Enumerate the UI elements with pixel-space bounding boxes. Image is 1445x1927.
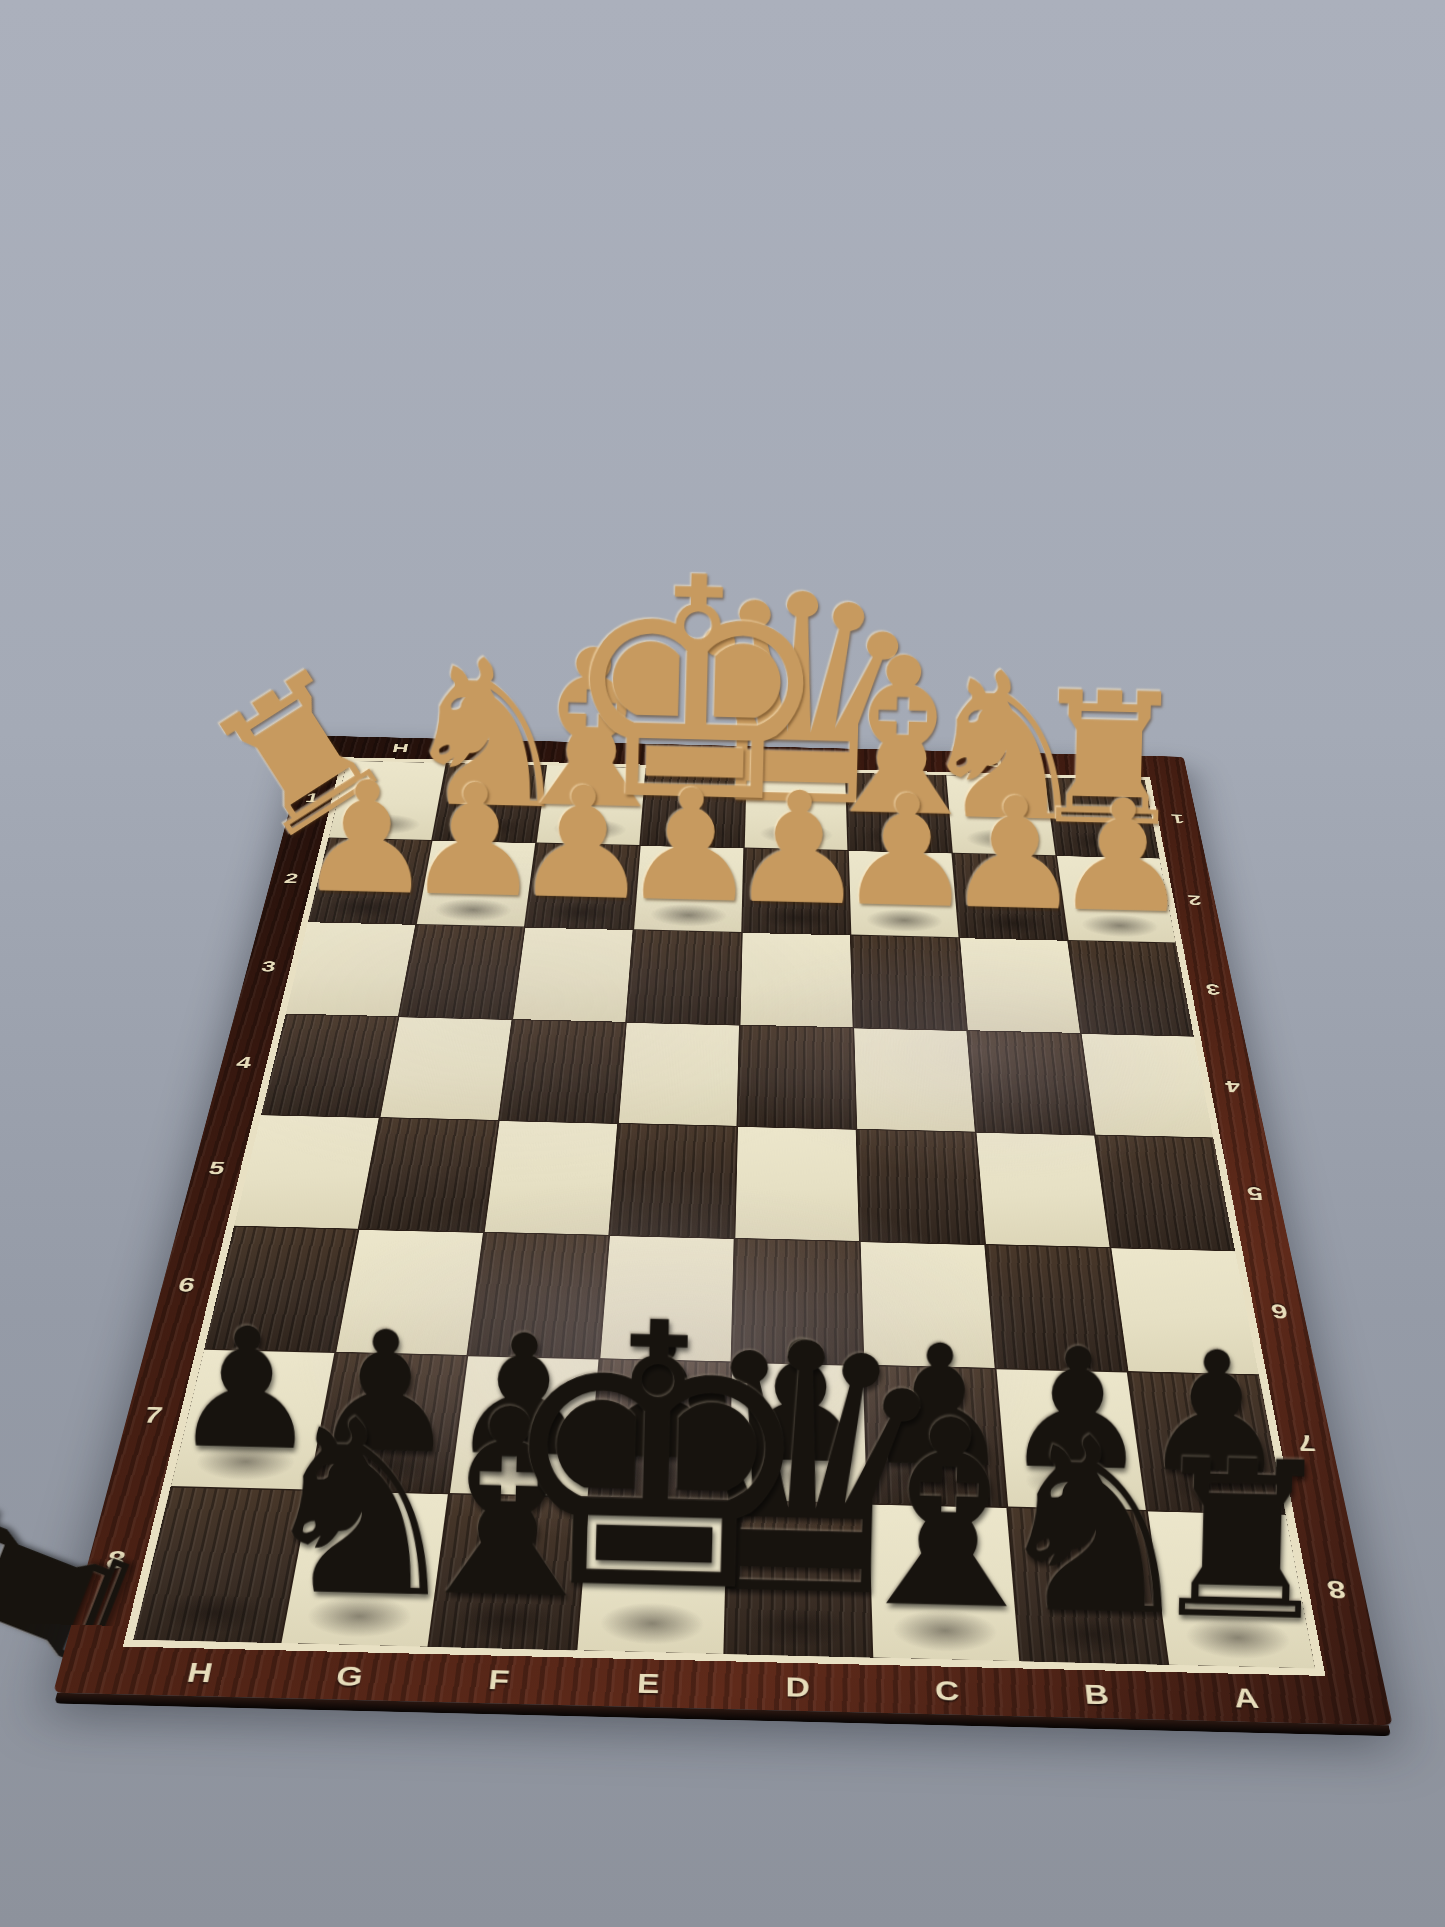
square-c8: ♝	[868, 1504, 1019, 1661]
square-f5	[484, 1121, 616, 1234]
square-g7: ♟	[310, 1353, 466, 1492]
piece-shadow	[323, 1443, 442, 1488]
square-h3	[285, 922, 414, 1016]
piece-shadow	[1029, 1609, 1153, 1660]
file-label-top-b: B	[943, 751, 1044, 774]
file-label-top-h: H	[348, 737, 451, 760]
square-f3	[513, 928, 632, 1022]
square-a7: ♟	[1128, 1372, 1285, 1513]
file-label-top-f: F	[547, 741, 648, 764]
piece-shadow	[426, 896, 517, 924]
square-a8: ♜	[1147, 1511, 1314, 1668]
square-h1: ♜	[328, 761, 445, 840]
piece-shadow	[741, 1453, 854, 1498]
square-d8: ♛	[725, 1501, 871, 1658]
photo-scene: Angled photo of a wooden chess set in th…	[0, 0, 1445, 1927]
square-h7: ♟	[170, 1350, 333, 1489]
piece-shadow	[959, 827, 1045, 853]
square-c2: ♟	[848, 851, 958, 938]
piece-shadow	[879, 1456, 993, 1501]
piece-shadow	[443, 1595, 567, 1645]
chess-board: HGFEDCBA HGFEDCBA 12345678 12345678 ♜♞♝♚…	[53, 735, 1393, 1725]
square-b6	[985, 1245, 1126, 1371]
square-b4	[967, 1031, 1093, 1135]
square-a4	[1081, 1034, 1213, 1138]
piece-shadow	[754, 821, 838, 847]
file-label-bottom-c: C	[872, 1665, 1024, 1717]
square-g1: ♞	[432, 763, 545, 842]
square-h8: ♜	[133, 1487, 308, 1643]
square-d2: ♟	[742, 848, 849, 934]
file-label-bottom-a: A	[1168, 1672, 1325, 1724]
square-e2: ♟	[634, 846, 743, 932]
square-b3	[960, 938, 1080, 1033]
file-label-top-g: G	[447, 739, 549, 762]
square-b7: ♟	[996, 1369, 1145, 1509]
square-h4	[261, 1014, 398, 1117]
piece-shadow	[967, 909, 1057, 937]
piece-shadow	[535, 899, 625, 927]
piece-shadow	[602, 1450, 716, 1495]
file-label-top-e: E	[646, 744, 746, 767]
piece-shadow	[859, 906, 948, 934]
square-f4	[499, 1020, 625, 1123]
file-label-top-c: C	[844, 749, 944, 772]
piece-shadow	[147, 1588, 276, 1638]
square-e1: ♚	[640, 768, 745, 847]
square-a5	[1095, 1136, 1234, 1250]
square-g3	[399, 925, 523, 1019]
square-c7: ♟	[864, 1366, 1006, 1506]
piece-shadow	[338, 811, 427, 837]
square-f1: ♝	[536, 766, 645, 845]
square-a3	[1068, 941, 1193, 1036]
square-e3	[626, 930, 740, 1024]
board-grid: ♜♞♝♚♛♝♞♜♟♟♟♟♟♟♟♟♟♟♟♟♟♟♟♟♜♞♝♚♛♝♞♜	[133, 761, 1315, 1669]
piece-shadow	[442, 814, 529, 840]
square-d7: ♟	[729, 1363, 867, 1503]
piece-shadow	[590, 1598, 711, 1649]
file-label-bottom-f: F	[421, 1654, 575, 1705]
file-label-bottom-b: B	[1020, 1668, 1175, 1720]
piece-shadow	[1016, 1460, 1133, 1505]
square-a6	[1111, 1248, 1258, 1374]
square-b8: ♞	[1008, 1508, 1167, 1665]
square-c3	[851, 935, 966, 1029]
square-b2: ♟	[952, 853, 1066, 940]
square-a2: ♟	[1056, 856, 1175, 943]
square-g2: ♟	[416, 841, 534, 927]
piece-shadow	[184, 1440, 305, 1485]
square-b5	[976, 1133, 1109, 1247]
file-label-top-a: A	[1041, 753, 1143, 776]
file-label-bottom-d: D	[723, 1661, 874, 1712]
square-b1: ♞	[946, 775, 1055, 855]
square-d5	[735, 1127, 859, 1241]
square-h2: ♟	[308, 838, 431, 924]
square-f6	[468, 1233, 608, 1359]
piece-shadow	[643, 901, 732, 929]
piece-shadow	[1153, 1463, 1272, 1508]
piece-shadow	[1174, 1612, 1300, 1663]
square-e7: ♟	[589, 1360, 730, 1500]
piece-shadow	[1074, 912, 1165, 940]
piece-shadow	[650, 819, 735, 845]
square-d3	[740, 933, 852, 1027]
square-e6	[600, 1236, 733, 1362]
square-a1: ♜	[1046, 778, 1159, 858]
square-c6	[860, 1242, 994, 1368]
square-g5	[359, 1118, 497, 1231]
piece-shadow	[884, 1605, 1005, 1656]
file-label-bottom-h: H	[120, 1647, 280, 1698]
piece-shadow	[752, 904, 840, 932]
piece-shadow	[295, 1591, 421, 1641]
square-c1: ♝	[846, 773, 951, 853]
square-d4	[738, 1025, 856, 1128]
file-label-bottom-e: E	[572, 1658, 724, 1709]
piece-shadow	[738, 1602, 857, 1653]
square-e4	[618, 1023, 738, 1126]
piece-shadow	[318, 893, 411, 921]
square-g6	[336, 1230, 483, 1355]
square-g8: ♞	[281, 1491, 447, 1647]
square-c5	[857, 1130, 984, 1244]
square-f2: ♟	[525, 843, 639, 929]
square-d6	[732, 1239, 862, 1365]
square-c4	[854, 1028, 975, 1131]
square-g4	[380, 1017, 511, 1120]
piece-shadow	[546, 816, 632, 842]
square-h6	[204, 1227, 357, 1352]
square-d1: ♛	[744, 770, 847, 849]
square-f8: ♝	[429, 1494, 587, 1650]
file-label-bottom-g: G	[270, 1650, 427, 1701]
square-f7: ♟	[449, 1356, 598, 1496]
piece-shadow	[462, 1446, 578, 1491]
square-e8: ♚	[577, 1497, 727, 1654]
piece-shadow	[1062, 829, 1149, 855]
square-h5	[234, 1115, 378, 1228]
file-label-top-d: D	[746, 746, 845, 769]
piece-shadow	[857, 824, 942, 850]
square-e5	[610, 1124, 736, 1238]
